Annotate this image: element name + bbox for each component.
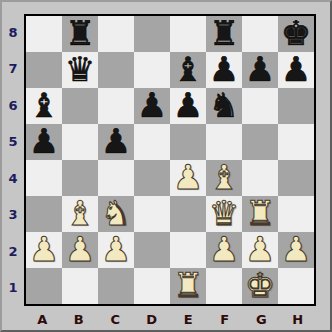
square-a2[interactable]: ♟ — [26, 232, 62, 268]
square-f4[interactable]: ♝ — [206, 160, 242, 196]
square-c4[interactable] — [98, 160, 134, 196]
square-e1[interactable]: ♜ — [170, 268, 206, 304]
piece-white-rook[interactable]: ♜ — [245, 196, 275, 230]
square-b5[interactable] — [62, 124, 98, 160]
square-f5[interactable] — [206, 124, 242, 160]
square-d8[interactable] — [134, 16, 170, 52]
piece-white-pawn[interactable]: ♟ — [101, 232, 131, 266]
piece-white-pawn[interactable]: ♟ — [209, 232, 239, 266]
piece-white-pawn[interactable]: ♟ — [173, 160, 203, 194]
square-g1[interactable]: ♚ — [242, 268, 278, 304]
rank-label-8: 8 — [2, 14, 24, 51]
piece-white-knight[interactable]: ♞ — [101, 196, 131, 230]
piece-white-pawn[interactable]: ♟ — [245, 232, 275, 266]
piece-black-pawn[interactable]: ♟ — [29, 124, 59, 158]
square-g8[interactable] — [242, 16, 278, 52]
square-d4[interactable] — [134, 160, 170, 196]
square-c2[interactable]: ♟ — [98, 232, 134, 268]
piece-black-pawn[interactable]: ♟ — [209, 52, 239, 86]
rank-label-7: 7 — [2, 51, 24, 88]
square-a3[interactable] — [26, 196, 62, 232]
piece-black-pawn[interactable]: ♟ — [245, 52, 275, 86]
square-g7[interactable]: ♟ — [242, 52, 278, 88]
square-d1[interactable] — [134, 268, 170, 304]
piece-white-pawn[interactable]: ♟ — [65, 232, 95, 266]
piece-black-knight[interactable]: ♞ — [209, 88, 239, 122]
square-a6[interactable]: ♝ — [26, 88, 62, 124]
square-e4[interactable]: ♟ — [170, 160, 206, 196]
square-a4[interactable] — [26, 160, 62, 196]
piece-black-pawn[interactable]: ♟ — [137, 88, 167, 122]
piece-black-bishop[interactable]: ♝ — [173, 52, 203, 86]
square-e8[interactable] — [170, 16, 206, 52]
square-c7[interactable] — [98, 52, 134, 88]
board-frame: 87654321 ♜♜♚♛♝♟♟♟♝♟♟♞♟♟♟♝♝♞♛♜♟♟♟♟♟♟♜♚ AB… — [0, 0, 332, 332]
file-label-d: D — [134, 308, 171, 330]
piece-black-rook[interactable]: ♜ — [65, 16, 95, 50]
file-label-g: G — [243, 308, 280, 330]
square-h2[interactable]: ♟ — [278, 232, 314, 268]
square-d5[interactable] — [134, 124, 170, 160]
square-c1[interactable] — [98, 268, 134, 304]
rank-label-3: 3 — [2, 197, 24, 234]
piece-white-pawn[interactable]: ♟ — [281, 232, 311, 266]
square-b2[interactable]: ♟ — [62, 232, 98, 268]
square-c6[interactable] — [98, 88, 134, 124]
rank-labels: 87654321 — [2, 14, 24, 306]
file-label-a: A — [24, 308, 61, 330]
square-f2[interactable]: ♟ — [206, 232, 242, 268]
square-d3[interactable] — [134, 196, 170, 232]
square-e5[interactable] — [170, 124, 206, 160]
rank-label-5: 5 — [2, 124, 24, 161]
file-label-h: H — [280, 308, 317, 330]
square-e6[interactable]: ♟ — [170, 88, 206, 124]
square-f7[interactable]: ♟ — [206, 52, 242, 88]
square-b1[interactable] — [62, 268, 98, 304]
file-label-e: E — [170, 308, 207, 330]
square-g6[interactable] — [242, 88, 278, 124]
square-e3[interactable] — [170, 196, 206, 232]
file-label-f: F — [207, 308, 244, 330]
square-e2[interactable] — [170, 232, 206, 268]
square-a7[interactable] — [26, 52, 62, 88]
square-a8[interactable] — [26, 16, 62, 52]
square-b6[interactable] — [62, 88, 98, 124]
square-g2[interactable]: ♟ — [242, 232, 278, 268]
piece-white-pawn[interactable]: ♟ — [29, 232, 59, 266]
square-h8[interactable]: ♚ — [278, 16, 314, 52]
square-d6[interactable]: ♟ — [134, 88, 170, 124]
piece-black-pawn[interactable]: ♟ — [173, 88, 203, 122]
square-h1[interactable] — [278, 268, 314, 304]
square-g3[interactable]: ♜ — [242, 196, 278, 232]
square-e7[interactable]: ♝ — [170, 52, 206, 88]
square-b7[interactable]: ♛ — [62, 52, 98, 88]
square-b8[interactable]: ♜ — [62, 16, 98, 52]
rank-label-6: 6 — [2, 87, 24, 124]
square-h6[interactable] — [278, 88, 314, 124]
square-g4[interactable] — [242, 160, 278, 196]
piece-white-rook[interactable]: ♜ — [173, 268, 203, 302]
rank-label-4: 4 — [2, 160, 24, 197]
piece-white-bishop[interactable]: ♝ — [209, 160, 239, 194]
square-f6[interactable]: ♞ — [206, 88, 242, 124]
piece-black-king[interactable]: ♚ — [281, 16, 311, 50]
square-h7[interactable]: ♟ — [278, 52, 314, 88]
piece-white-bishop[interactable]: ♝ — [65, 196, 95, 230]
square-a5[interactable]: ♟ — [26, 124, 62, 160]
file-labels: ABCDEFGH — [24, 308, 316, 330]
piece-black-rook[interactable]: ♜ — [209, 16, 239, 50]
square-c5[interactable]: ♟ — [98, 124, 134, 160]
square-b3[interactable]: ♝ — [62, 196, 98, 232]
square-g5[interactable] — [242, 124, 278, 160]
piece-white-queen[interactable]: ♛ — [209, 196, 239, 230]
chess-board: ♜♜♚♛♝♟♟♟♝♟♟♞♟♟♟♝♝♞♛♜♟♟♟♟♟♟♜♚ — [24, 14, 316, 306]
piece-black-bishop[interactable]: ♝ — [29, 88, 59, 122]
square-f8[interactable]: ♜ — [206, 16, 242, 52]
rank-label-1: 1 — [2, 270, 24, 307]
rank-label-2: 2 — [2, 233, 24, 270]
square-h4[interactable] — [278, 160, 314, 196]
square-c8[interactable] — [98, 16, 134, 52]
piece-black-queen[interactable]: ♛ — [65, 52, 95, 86]
square-d7[interactable] — [134, 52, 170, 88]
square-h3[interactable] — [278, 196, 314, 232]
square-b4[interactable] — [62, 160, 98, 196]
piece-black-pawn[interactable]: ♟ — [101, 124, 131, 158]
square-d2[interactable] — [134, 232, 170, 268]
square-c3[interactable]: ♞ — [98, 196, 134, 232]
square-f3[interactable]: ♛ — [206, 196, 242, 232]
file-label-c: C — [97, 308, 134, 330]
piece-white-king[interactable]: ♚ — [245, 268, 275, 302]
file-label-b: B — [61, 308, 98, 330]
piece-black-pawn[interactable]: ♟ — [281, 52, 311, 86]
square-h5[interactable] — [278, 124, 314, 160]
square-a1[interactable] — [26, 268, 62, 304]
square-f1[interactable] — [206, 268, 242, 304]
